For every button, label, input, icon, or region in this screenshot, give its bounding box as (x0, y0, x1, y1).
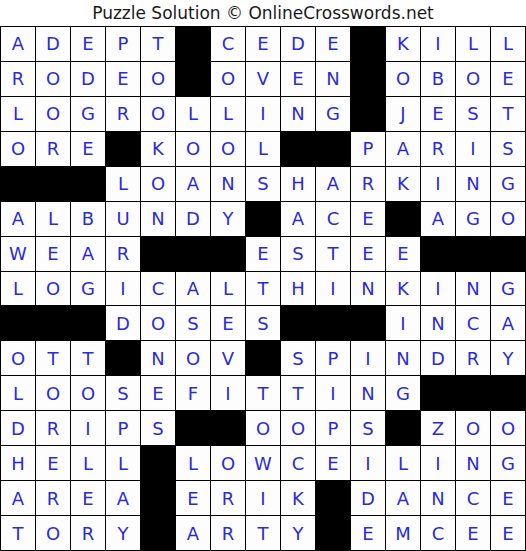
grid-cell: K (386, 272, 420, 306)
black-cell (176, 27, 210, 61)
grid-cell: O (36, 62, 70, 96)
grid-cell: W (1, 237, 35, 271)
grid-cell: O (176, 341, 210, 375)
page-title: Puzzle Solution © OnlineCrosswords.net (0, 0, 526, 26)
grid-cell: C (141, 272, 175, 306)
grid-cell: I (421, 27, 455, 61)
black-cell (211, 411, 245, 445)
black-cell (141, 481, 175, 515)
grid-cell: V (211, 341, 245, 375)
grid-cell: S (281, 237, 315, 271)
grid-cell: V (246, 62, 280, 96)
black-cell (176, 62, 210, 96)
grid-cell: T (141, 27, 175, 61)
grid-cell: E (281, 62, 315, 96)
grid-cell: S (246, 167, 280, 201)
grid-cell: R (36, 411, 70, 445)
grid-cell: E (71, 27, 105, 61)
grid-cell: Y (491, 341, 525, 375)
grid-cell: E (491, 481, 525, 515)
grid-cell: L (211, 97, 245, 131)
black-cell (71, 306, 105, 340)
grid-cell: S (351, 411, 385, 445)
grid-cell: K (141, 132, 175, 166)
grid-cell: H (1, 446, 35, 480)
black-cell (316, 306, 350, 340)
grid-cell: L (386, 446, 420, 480)
grid-cell: Y (211, 202, 245, 236)
grid-cell: A (71, 237, 105, 271)
grid-cell: O (281, 411, 315, 445)
grid-cell: D (106, 306, 140, 340)
grid-cell: N (456, 446, 490, 480)
grid-cell: O (36, 272, 70, 306)
grid-cell: L (246, 132, 280, 166)
grid-cell: A (1, 481, 35, 515)
grid-cell: E (491, 62, 525, 96)
grid-cell: I (106, 272, 140, 306)
black-cell (1, 167, 35, 201)
grid-cell: R (421, 132, 455, 166)
grid-cell: O (246, 411, 280, 445)
grid-cell: K (281, 481, 315, 515)
grid-cell: E (456, 516, 490, 550)
black-cell (106, 341, 140, 375)
grid-cell: N (421, 306, 455, 340)
grid-cell: O (141, 167, 175, 201)
grid-cell: L (106, 446, 140, 480)
grid-cell: L (1, 272, 35, 306)
grid-cell: O (1, 132, 35, 166)
black-cell (491, 376, 525, 410)
grid-cell: I (421, 446, 455, 480)
grid-cell: E (316, 27, 350, 61)
black-cell (456, 376, 490, 410)
grid-cell: E (36, 446, 70, 480)
grid-cell: O (141, 97, 175, 131)
black-cell (176, 237, 210, 271)
grid-cell: C (456, 481, 490, 515)
grid-cell: O (491, 202, 525, 236)
black-cell (386, 202, 420, 236)
grid-cell: Z (421, 411, 455, 445)
black-cell (106, 132, 140, 166)
grid-cell: T (71, 341, 105, 375)
grid-cell: P (106, 27, 140, 61)
grid-cell: O (1, 341, 35, 375)
grid-cell: E (141, 376, 175, 410)
grid-cell: N (386, 341, 420, 375)
grid-cell: D (281, 27, 315, 61)
grid-cell: H (281, 167, 315, 201)
black-cell (211, 237, 245, 271)
grid-cell: O (36, 97, 70, 131)
black-cell (421, 376, 455, 410)
grid-cell: N (141, 341, 175, 375)
grid-cell: R (106, 97, 140, 131)
grid-cell: A (281, 202, 315, 236)
black-cell (386, 411, 420, 445)
grid-cell: E (351, 516, 385, 550)
grid-cell: A (106, 481, 140, 515)
black-cell (491, 237, 525, 271)
crossword-grid: ADEPTCEDEKILLRODEOOVENOBOELOGROLLINGJEST… (0, 26, 526, 551)
black-cell (351, 27, 385, 61)
grid-cell: S (281, 341, 315, 375)
black-cell (71, 167, 105, 201)
black-cell (281, 132, 315, 166)
grid-cell: B (71, 202, 105, 236)
grid-cell: E (106, 62, 140, 96)
grid-cell: P (316, 341, 350, 375)
grid-cell: E (316, 446, 350, 480)
grid-cell: O (211, 62, 245, 96)
grid-cell: E (351, 202, 385, 236)
grid-cell: N (456, 167, 490, 201)
black-cell (176, 411, 210, 445)
grid-cell: P (316, 411, 350, 445)
grid-cell: A (386, 132, 420, 166)
grid-cell: I (386, 306, 420, 340)
grid-cell: O (456, 62, 490, 96)
grid-cell: D (71, 62, 105, 96)
grid-cell: A (316, 167, 350, 201)
grid-cell: N (141, 202, 175, 236)
grid-cell: I (421, 272, 455, 306)
grid-cell: L (456, 27, 490, 61)
grid-cell: P (351, 132, 385, 166)
grid-cell: L (71, 446, 105, 480)
grid-cell: A (176, 272, 210, 306)
grid-cell: A (1, 202, 35, 236)
grid-cell: T (491, 97, 525, 131)
grid-cell: A (1, 27, 35, 61)
grid-cell: I (246, 481, 280, 515)
grid-cell: I (71, 411, 105, 445)
grid-cell: J (386, 97, 420, 131)
grid-cell: H (281, 272, 315, 306)
black-cell (316, 481, 350, 515)
grid-cell: T (246, 272, 280, 306)
grid-cell: E (36, 237, 70, 271)
grid-cell: U (106, 202, 140, 236)
black-cell (351, 62, 385, 96)
grid-cell: G (456, 202, 490, 236)
grid-cell: O (211, 446, 245, 480)
grid-cell: R (211, 481, 245, 515)
grid-cell: C (281, 446, 315, 480)
grid-cell: T (246, 376, 280, 410)
grid-cell: N (281, 97, 315, 131)
grid-cell: D (421, 341, 455, 375)
grid-cell: R (351, 167, 385, 201)
black-cell (316, 516, 350, 550)
grid-cell: G (71, 97, 105, 131)
grid-cell: O (211, 132, 245, 166)
grid-cell: C (316, 202, 350, 236)
grid-cell: P (106, 411, 140, 445)
grid-cell: G (491, 272, 525, 306)
grid-cell: K (386, 167, 420, 201)
grid-cell: A (491, 306, 525, 340)
black-cell (36, 306, 70, 340)
grid-cell: S (456, 97, 490, 131)
grid-cell: O (386, 62, 420, 96)
black-cell (351, 306, 385, 340)
black-cell (316, 132, 350, 166)
grid-cell: Y (106, 516, 140, 550)
grid-cell: B (421, 62, 455, 96)
black-cell (421, 237, 455, 271)
grid-cell: R (211, 516, 245, 550)
grid-cell: G (316, 97, 350, 131)
grid-cell: O (456, 411, 490, 445)
grid-cell: S (246, 306, 280, 340)
grid-cell: O (141, 62, 175, 96)
grid-cell: L (1, 376, 35, 410)
grid-cell: A (421, 202, 455, 236)
black-cell (351, 97, 385, 131)
grid-cell: E (386, 237, 420, 271)
grid-cell: S (106, 376, 140, 410)
grid-cell: O (176, 132, 210, 166)
grid-cell: O (36, 516, 70, 550)
grid-cell: G (491, 446, 525, 480)
grid-cell: M (386, 516, 420, 550)
grid-cell: G (71, 272, 105, 306)
grid-cell: N (456, 272, 490, 306)
grid-cell: N (316, 62, 350, 96)
grid-cell: N (421, 481, 455, 515)
grid-cell: E (351, 237, 385, 271)
grid-cell: S (176, 306, 210, 340)
grid-cell: R (71, 516, 105, 550)
grid-cell: E (71, 132, 105, 166)
grid-cell: S (491, 132, 525, 166)
black-cell (246, 202, 280, 236)
grid-cell: L (491, 27, 525, 61)
grid-cell: R (36, 481, 70, 515)
grid-cell: L (36, 202, 70, 236)
grid-cell: L (1, 97, 35, 131)
black-cell (141, 237, 175, 271)
puzzle-solution-page: Puzzle Solution © OnlineCrosswords.net A… (0, 0, 526, 551)
grid-cell: R (1, 62, 35, 96)
grid-cell: N (211, 167, 245, 201)
grid-cell: O (71, 376, 105, 410)
grid-cell: I (421, 167, 455, 201)
grid-cell: T (246, 516, 280, 550)
grid-cell: N (351, 376, 385, 410)
grid-cell: I (316, 272, 350, 306)
black-cell (1, 306, 35, 340)
grid-cell: L (106, 167, 140, 201)
grid-cell: L (176, 446, 210, 480)
grid-cell: W (246, 446, 280, 480)
grid-cell: T (1, 516, 35, 550)
grid-cell: E (211, 306, 245, 340)
grid-cell: T (316, 237, 350, 271)
grid-cell: D (36, 27, 70, 61)
black-cell (246, 341, 280, 375)
black-cell (141, 516, 175, 550)
grid-cell: I (246, 97, 280, 131)
grid-cell: E (491, 516, 525, 550)
grid-cell: E (176, 481, 210, 515)
grid-cell: T (281, 376, 315, 410)
grid-cell: E (246, 237, 280, 271)
grid-cell: R (106, 237, 140, 271)
grid-cell: K (386, 27, 420, 61)
grid-cell: G (491, 167, 525, 201)
black-cell (141, 446, 175, 480)
grid-cell: C (456, 306, 490, 340)
grid-cell: R (456, 341, 490, 375)
grid-cell: A (176, 167, 210, 201)
grid-cell: L (176, 97, 210, 131)
grid-cell: O (141, 306, 175, 340)
grid-cell: I (351, 341, 385, 375)
grid-cell: G (386, 376, 420, 410)
grid-cell: E (71, 481, 105, 515)
grid-cell: N (351, 272, 385, 306)
grid-cell: S (141, 411, 175, 445)
grid-cell: E (421, 97, 455, 131)
grid-cell: E (246, 27, 280, 61)
black-cell (36, 167, 70, 201)
grid-cell: A (176, 516, 210, 550)
grid-cell: C (421, 516, 455, 550)
grid-cell: F (176, 376, 210, 410)
grid-cell: Y (281, 516, 315, 550)
grid-cell: I (211, 376, 245, 410)
grid-cell: I (316, 376, 350, 410)
grid-cell: O (36, 376, 70, 410)
grid-cell: D (1, 411, 35, 445)
grid-cell: T (36, 341, 70, 375)
black-cell (281, 306, 315, 340)
grid-cell: D (176, 202, 210, 236)
grid-cell: R (36, 132, 70, 166)
grid-cell: I (456, 132, 490, 166)
black-cell (456, 237, 490, 271)
grid-cell: O (491, 411, 525, 445)
grid-cell: I (351, 446, 385, 480)
grid-cell: C (211, 27, 245, 61)
grid-cell: A (386, 481, 420, 515)
grid-cell: L (211, 272, 245, 306)
grid-cell: D (351, 481, 385, 515)
